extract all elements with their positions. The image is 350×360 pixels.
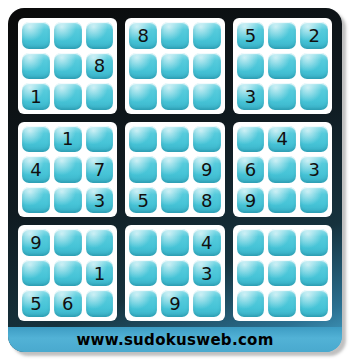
sudoku-cell-r3c2[interactable] <box>54 83 82 110</box>
sudoku-box-r0c0: 81 <box>18 18 117 114</box>
sudoku-cell-r8c6: 3 <box>193 260 221 287</box>
sudoku-cell-r4c4[interactable] <box>129 126 157 153</box>
sudoku-cell-r2c4[interactable] <box>129 53 157 80</box>
sudoku-cell-r1c8[interactable] <box>268 22 296 49</box>
sudoku-cell-r5c7: 6 <box>237 156 265 183</box>
sudoku-cell-r9c8[interactable] <box>268 290 296 317</box>
sudoku-cell-r6c9[interactable] <box>300 187 328 214</box>
sudoku-cell-r6c3: 3 <box>86 187 114 214</box>
sudoku-cell-r3c1: 1 <box>22 83 50 110</box>
sudoku-cell-r7c8[interactable] <box>268 229 296 256</box>
sudoku-cell-r6c6: 8 <box>193 187 221 214</box>
sudoku-cell-r6c4: 5 <box>129 187 157 214</box>
sudoku-cell-r9c5: 9 <box>161 290 189 317</box>
sudoku-cell-r5c4[interactable] <box>129 156 157 183</box>
sudoku-cell-r7c4[interactable] <box>129 229 157 256</box>
sudoku-cell-r8c2[interactable] <box>54 260 82 287</box>
sudoku-cell-r4c2: 1 <box>54 126 82 153</box>
sudoku-cell-r4c8: 4 <box>268 126 296 153</box>
sudoku-cell-r3c8[interactable] <box>268 83 296 110</box>
sudoku-cell-r8c8[interactable] <box>268 260 296 287</box>
sudoku-cell-r4c3[interactable] <box>86 126 114 153</box>
sudoku-box-r1c1: 958 <box>125 122 224 218</box>
sudoku-cell-r6c5[interactable] <box>161 187 189 214</box>
sudoku-cell-r9c1: 5 <box>22 290 50 317</box>
sudoku-box-r2c1: 439 <box>125 225 224 321</box>
sudoku-cell-r9c9[interactable] <box>300 290 328 317</box>
sudoku-cell-r2c6[interactable] <box>193 53 221 80</box>
sudoku-board-frame: 818523147395846399156439 www.sudokusweb.… <box>8 8 342 352</box>
sudoku-box-r0c2: 523 <box>233 18 332 114</box>
sudoku-cell-r1c3[interactable] <box>86 22 114 49</box>
sudoku-cell-r2c7[interactable] <box>237 53 265 80</box>
sudoku-cell-r3c9[interactable] <box>300 83 328 110</box>
sudoku-cell-r9c3[interactable] <box>86 290 114 317</box>
sudoku-cell-r7c6: 4 <box>193 229 221 256</box>
sudoku-cell-r1c4: 8 <box>129 22 157 49</box>
sudoku-cell-r9c2: 6 <box>54 290 82 317</box>
sudoku-cell-r8c4[interactable] <box>129 260 157 287</box>
sudoku-cell-r7c9[interactable] <box>300 229 328 256</box>
sudoku-cell-r7c3[interactable] <box>86 229 114 256</box>
sudoku-cell-r8c3: 1 <box>86 260 114 287</box>
sudoku-cell-r2c8[interactable] <box>268 53 296 80</box>
sudoku-cell-r1c9: 2 <box>300 22 328 49</box>
sudoku-cell-r3c5[interactable] <box>161 83 189 110</box>
sudoku-cell-r5c9: 3 <box>300 156 328 183</box>
sudoku-box-r2c2 <box>233 225 332 321</box>
sudoku-box-r1c0: 1473 <box>18 122 117 218</box>
sudoku-cell-r7c1: 9 <box>22 229 50 256</box>
sudoku-cell-r5c8[interactable] <box>268 156 296 183</box>
sudoku-cell-r2c3: 8 <box>86 53 114 80</box>
sudoku-cell-r4c1[interactable] <box>22 126 50 153</box>
sudoku-cell-r8c5[interactable] <box>161 260 189 287</box>
sudoku-cell-r4c7[interactable] <box>237 126 265 153</box>
sudoku-cell-r9c4[interactable] <box>129 290 157 317</box>
sudoku-cell-r7c2[interactable] <box>54 229 82 256</box>
sudoku-cell-r2c5[interactable] <box>161 53 189 80</box>
sudoku-cell-r8c7[interactable] <box>237 260 265 287</box>
sudoku-cell-r4c5[interactable] <box>161 126 189 153</box>
sudoku-box-r1c2: 4639 <box>233 122 332 218</box>
sudoku-cell-r3c7: 3 <box>237 83 265 110</box>
sudoku-cell-r9c6[interactable] <box>193 290 221 317</box>
sudoku-cell-r9c7[interactable] <box>237 290 265 317</box>
footer-bar: www.sudokusweb.com <box>8 327 342 352</box>
site-url[interactable]: www.sudokusweb.com <box>76 331 273 349</box>
sudoku-cell-r2c1[interactable] <box>22 53 50 80</box>
sudoku-cell-r3c4[interactable] <box>129 83 157 110</box>
sudoku-cell-r6c8[interactable] <box>268 187 296 214</box>
sudoku-cell-r4c6[interactable] <box>193 126 221 153</box>
sudoku-cell-r1c5[interactable] <box>161 22 189 49</box>
sudoku-cell-r7c5[interactable] <box>161 229 189 256</box>
sudoku-cell-r2c9[interactable] <box>300 53 328 80</box>
sudoku-cell-r8c9[interactable] <box>300 260 328 287</box>
sudoku-cell-r5c2[interactable] <box>54 156 82 183</box>
sudoku-cell-r7c7[interactable] <box>237 229 265 256</box>
sudoku-cell-r1c7: 5 <box>237 22 265 49</box>
sudoku-cell-r8c1[interactable] <box>22 260 50 287</box>
sudoku-cell-r3c3[interactable] <box>86 83 114 110</box>
sudoku-cell-r1c6[interactable] <box>193 22 221 49</box>
sudoku-cell-r4c9[interactable] <box>300 126 328 153</box>
sudoku-cell-r2c2[interactable] <box>54 53 82 80</box>
sudoku-cell-r5c1: 4 <box>22 156 50 183</box>
sudoku-cell-r6c2[interactable] <box>54 187 82 214</box>
sudoku-cell-r5c3: 7 <box>86 156 114 183</box>
sudoku-box-r2c0: 9156 <box>18 225 117 321</box>
sudoku-cell-r5c5[interactable] <box>161 156 189 183</box>
sudoku-grid: 818523147395846399156439 <box>18 18 332 321</box>
sudoku-cell-r3c6[interactable] <box>193 83 221 110</box>
sudoku-cell-r1c2[interactable] <box>54 22 82 49</box>
sudoku-box-r0c1: 8 <box>125 18 224 114</box>
sudoku-cell-r6c1[interactable] <box>22 187 50 214</box>
sudoku-cell-r6c7: 9 <box>237 187 265 214</box>
sudoku-cell-r1c1[interactable] <box>22 22 50 49</box>
sudoku-cell-r5c6: 9 <box>193 156 221 183</box>
